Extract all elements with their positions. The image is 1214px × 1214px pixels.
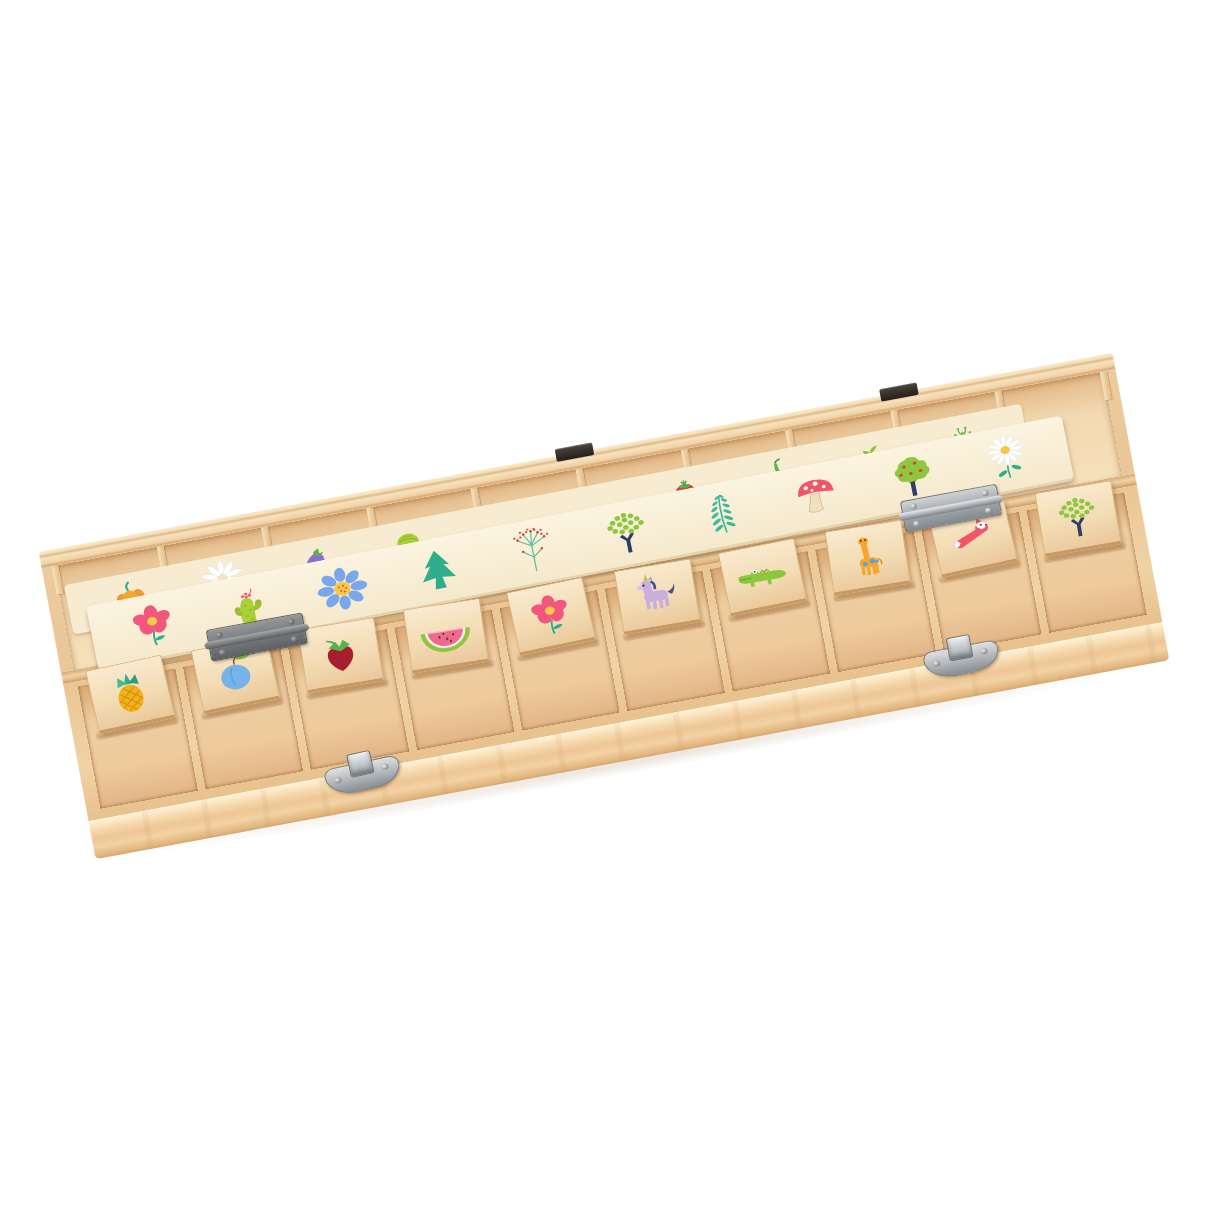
compartment-5[interactable] (499, 590, 619, 730)
pine-tree-icon (406, 542, 470, 599)
clasp-hook[interactable] (346, 750, 375, 778)
front-strip-slot-dill (500, 523, 564, 580)
screw-icon (910, 503, 918, 510)
giraffe-icon (837, 530, 897, 583)
pink-flower-icon (121, 597, 185, 654)
compartment-7[interactable] (710, 551, 830, 691)
screw-icon (290, 636, 298, 643)
fern-icon (690, 486, 754, 543)
latch-plate-right (879, 382, 919, 401)
tile-giraffe[interactable] (824, 519, 910, 595)
mushroom-icon (785, 467, 849, 524)
daisy-icon (974, 430, 1038, 487)
clasp-hook[interactable] (946, 634, 974, 661)
front-strip-slot-pine-tree (406, 542, 470, 599)
tile-unicorn[interactable] (613, 558, 700, 635)
crocodile-icon (731, 548, 793, 603)
unicorn-icon (626, 569, 686, 623)
tree-icon (595, 504, 659, 561)
front-strip-slot-fern (690, 486, 754, 543)
lid-divider-stub (1100, 371, 1112, 400)
tile-tree[interactable] (1035, 480, 1122, 557)
pineapple-icon (98, 665, 161, 721)
compartment-4[interactable] (394, 610, 514, 750)
tree-icon (1048, 490, 1109, 544)
screw-icon (287, 618, 295, 625)
front-strip-slot-mushroom (785, 467, 849, 524)
compartment-2[interactable] (183, 649, 303, 789)
strawberry-icon (310, 627, 370, 681)
dill-icon (500, 523, 564, 580)
screw-icon (913, 520, 921, 527)
compartment-10[interactable] (1026, 493, 1146, 633)
compartment-1[interactable] (78, 668, 198, 808)
sorting-box (39, 353, 1170, 859)
blue-flower-icon (311, 560, 375, 617)
latch-plate-left (555, 442, 595, 461)
pink-flower-icon (520, 587, 583, 642)
front-strip-slot-blue-flower (311, 560, 375, 617)
screw-icon (219, 649, 227, 656)
front-strip-slot-daisy (974, 430, 1038, 487)
screw-icon (985, 507, 993, 514)
tile-watermelon[interactable] (403, 598, 489, 674)
front-strip-slot-tree (595, 504, 659, 561)
compartment-8[interactable] (816, 532, 936, 672)
tile-strawberry[interactable] (297, 617, 384, 694)
watermelon-icon (416, 608, 476, 661)
screw-icon (981, 490, 989, 497)
screw-icon (215, 631, 223, 638)
lid-divider-stub (52, 565, 64, 594)
compartment-6[interactable] (605, 571, 725, 711)
front-strip-slot-pink-flower (121, 597, 185, 654)
